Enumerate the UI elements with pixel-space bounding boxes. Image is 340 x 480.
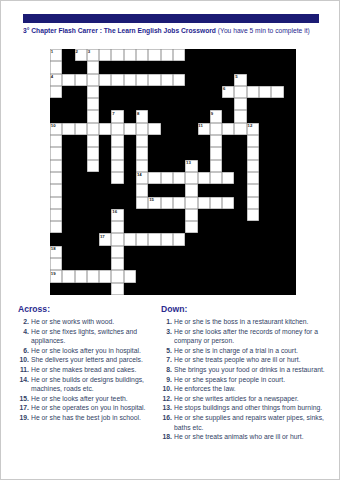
grid-cell[interactable] <box>234 123 246 135</box>
blocked-cell <box>222 147 234 159</box>
blocked-cell <box>173 258 185 270</box>
grid-cell[interactable] <box>148 233 160 245</box>
blocked-cell <box>198 246 210 258</box>
blocked-cell <box>222 110 234 122</box>
across-header: Across: <box>18 304 160 314</box>
grid-cell[interactable] <box>111 270 123 282</box>
clue-item-number: 3. <box>161 327 174 346</box>
blocked-cell <box>259 246 271 258</box>
grid-cell[interactable] <box>234 98 246 110</box>
grid-cell[interactable] <box>173 49 185 61</box>
blocked-cell <box>99 197 111 209</box>
grid-cell[interactable]: 17 <box>99 233 111 245</box>
clue-number: 4 <box>51 74 53 79</box>
grid-cell[interactable] <box>247 160 259 172</box>
blocked-cell <box>259 172 271 184</box>
blocked-cell <box>234 197 246 209</box>
blocked-cell <box>259 283 271 295</box>
blocked-cell <box>259 160 271 172</box>
grid-cell[interactable] <box>210 123 222 135</box>
blocked-cell <box>259 184 271 196</box>
blocked-cell <box>173 246 185 258</box>
grid-cell[interactable] <box>173 172 185 184</box>
clue-item-text: He stops buildings and other things from… <box>174 403 335 413</box>
blocked-cell <box>198 233 210 245</box>
grid-cell[interactable] <box>111 160 123 172</box>
blocked-cell <box>198 98 210 110</box>
clue-number: 3 <box>88 49 90 54</box>
clue-item-text: He or she makes bread and cakes. <box>31 365 160 375</box>
clue-number: 17 <box>100 234 105 239</box>
clue-number: 5 <box>235 74 237 79</box>
blocked-cell <box>62 49 74 61</box>
blocked-cell <box>124 86 136 98</box>
grid-cell[interactable] <box>136 123 148 135</box>
grid-cell[interactable] <box>50 221 62 233</box>
blocked-cell <box>210 98 222 110</box>
blocked-cell <box>136 98 148 110</box>
grid-cell[interactable] <box>50 147 62 159</box>
grid-cell[interactable] <box>198 172 210 184</box>
grid-cell[interactable] <box>161 74 173 86</box>
blocked-cell <box>259 270 271 282</box>
grid-cell[interactable] <box>111 123 123 135</box>
blocked-cell <box>99 184 111 196</box>
grid-cell[interactable] <box>210 147 222 159</box>
grid-cell[interactable] <box>247 184 259 196</box>
blocked-cell <box>87 172 99 184</box>
grid-cell[interactable] <box>173 197 185 209</box>
grid-cell[interactable] <box>111 283 123 295</box>
blocked-cell <box>259 49 271 61</box>
clue-item-text: He or she builds or designs buildings, m… <box>31 375 160 394</box>
clue-item-text: She brings you your food or drinks in a … <box>174 365 335 375</box>
blocked-cell <box>99 283 111 295</box>
grid-cell[interactable]: 6 <box>222 86 234 98</box>
grid-cell[interactable] <box>148 123 160 135</box>
blocked-cell <box>259 98 271 110</box>
blocked-cell <box>50 283 62 295</box>
grid-cell[interactable] <box>50 197 62 209</box>
clue-item-number: 15. <box>18 394 31 404</box>
clue-number: 12 <box>248 123 253 128</box>
grid-cell[interactable] <box>222 172 234 184</box>
blocked-cell <box>161 258 173 270</box>
blocked-cell <box>222 258 234 270</box>
blocked-cell <box>185 258 197 270</box>
blocked-cell <box>161 209 173 221</box>
blocked-cell <box>161 246 173 258</box>
clue-item: 18.He or she treats animals who are ill … <box>161 432 335 442</box>
blocked-cell <box>173 209 185 221</box>
grid-cell[interactable] <box>148 172 160 184</box>
blocked-cell <box>222 135 234 147</box>
blocked-cell <box>148 270 160 282</box>
blocked-cell <box>136 61 148 73</box>
grid-cell[interactable] <box>111 246 123 258</box>
clue-item-text: He or she operates on you in hospital. <box>31 403 160 413</box>
blocked-cell <box>210 49 222 61</box>
blocked-cell <box>210 209 222 221</box>
blocked-cell <box>50 98 62 110</box>
clue-number: 8 <box>137 111 139 116</box>
grid-cell[interactable] <box>50 258 62 270</box>
grid-cell[interactable] <box>111 221 123 233</box>
grid-cell[interactable] <box>210 135 222 147</box>
blocked-cell <box>124 221 136 233</box>
clue-item-number: 13. <box>161 403 174 413</box>
blocked-cell <box>99 160 111 172</box>
grid-cell[interactable]: 9 <box>210 110 222 122</box>
blocked-cell <box>198 160 210 172</box>
grid-cell[interactable] <box>99 49 111 61</box>
blocked-cell <box>124 258 136 270</box>
blocked-cell <box>148 258 160 270</box>
grid-cell[interactable] <box>87 270 99 282</box>
blocked-cell <box>62 160 74 172</box>
blocked-cell <box>99 221 111 233</box>
grid-cell[interactable] <box>247 197 259 209</box>
blocked-cell <box>247 246 259 258</box>
grid-cell[interactable] <box>99 270 111 282</box>
blocked-cell <box>198 209 210 221</box>
grid-cell[interactable]: 12 <box>247 123 259 135</box>
blocked-cell <box>247 270 259 282</box>
grid-cell[interactable] <box>185 172 197 184</box>
blocked-cell <box>271 221 283 233</box>
clue-item: 19.He or she has the best job in school. <box>18 413 160 423</box>
page-title: 3° Chapter Flash Carrer : The Learn Engl… <box>23 27 333 35</box>
grid-cell[interactable] <box>87 110 99 122</box>
blocked-cell <box>99 147 111 159</box>
grid-cell[interactable] <box>161 172 173 184</box>
blocked-cell <box>75 135 87 147</box>
grid-cell[interactable] <box>124 123 136 135</box>
blocked-cell <box>259 123 271 135</box>
grid-cell[interactable] <box>234 110 246 122</box>
blocked-cell <box>234 135 246 147</box>
grid-cell[interactable] <box>173 233 185 245</box>
blocked-cell <box>75 221 87 233</box>
clue-item: 3.He or she looks after the records of m… <box>161 327 335 346</box>
clue-item: 13.He stops buildings and other things f… <box>161 403 335 413</box>
blocked-cell <box>247 233 259 245</box>
blocked-cell <box>247 258 259 270</box>
grid-cell[interactable] <box>161 233 173 245</box>
blocked-cell <box>222 49 234 61</box>
grid-cell[interactable] <box>75 270 87 282</box>
grid-cell[interactable] <box>111 74 123 86</box>
blocked-cell <box>234 184 246 196</box>
clue-item: 10.She delivers your letters and parcels… <box>18 355 160 365</box>
blocked-cell <box>271 110 283 122</box>
grid-cell[interactable] <box>87 135 99 147</box>
grid-cell[interactable] <box>185 209 197 221</box>
clue-item: 4.He or she fixes lights, switches and a… <box>18 327 160 346</box>
grid-cell[interactable]: 14 <box>136 172 148 184</box>
clue-item: 12.He or she writes articles for a newsp… <box>161 394 335 404</box>
header-bar <box>23 14 319 23</box>
blocked-cell <box>210 283 222 295</box>
grid-cell[interactable] <box>50 160 62 172</box>
blocked-cell <box>111 184 123 196</box>
clue-number: 19 <box>51 271 56 276</box>
grid-cell[interactable] <box>111 233 123 245</box>
clue-item-text: She delivers your letters and parcels. <box>31 355 160 365</box>
blocked-cell <box>124 61 136 73</box>
blocked-cell <box>62 209 74 221</box>
grid-cell[interactable] <box>50 61 62 73</box>
clue-item-text: He or she works with wood. <box>31 317 160 327</box>
grid-cell[interactable] <box>136 197 148 209</box>
blocked-cell <box>161 135 173 147</box>
grid-cell[interactable] <box>247 209 259 221</box>
grid-cell[interactable] <box>111 147 123 159</box>
grid-cell[interactable] <box>247 86 259 98</box>
grid-cell[interactable]: 3 <box>87 49 99 61</box>
blocked-cell <box>210 246 222 258</box>
blocked-cell <box>111 86 123 98</box>
grid-cell[interactable] <box>222 197 234 209</box>
grid-cell[interactable] <box>75 123 87 135</box>
blocked-cell <box>247 221 259 233</box>
grid-cell[interactable] <box>111 172 123 184</box>
blocked-cell <box>210 61 222 73</box>
blocked-cell <box>75 86 87 98</box>
grid-cell[interactable] <box>62 123 74 135</box>
grid-cell[interactable] <box>99 74 111 86</box>
blocked-cell <box>185 147 197 159</box>
blocked-cell <box>271 197 283 209</box>
blocked-cell <box>136 221 148 233</box>
clue-item-number: 4. <box>18 327 31 346</box>
clue-item: 9.He or she speaks for people in court. <box>161 375 335 385</box>
grid-cell[interactable] <box>185 184 197 196</box>
grid-cell[interactable]: 10 <box>50 123 62 135</box>
blocked-cell <box>75 160 87 172</box>
grid-cell[interactable] <box>111 49 123 61</box>
blocked-cell <box>271 283 283 295</box>
grid-cell[interactable] <box>247 172 259 184</box>
blocked-cell <box>210 74 222 86</box>
clue-number: 18 <box>51 246 56 251</box>
grid-cell[interactable] <box>148 49 160 61</box>
grid-cell[interactable] <box>136 233 148 245</box>
blocked-cell <box>185 135 197 147</box>
grid-cell[interactable] <box>210 197 222 209</box>
clue-item-number: 1. <box>161 317 174 327</box>
blocked-cell <box>50 110 62 122</box>
clue-item-number: 10. <box>161 384 174 394</box>
blocked-cell <box>271 270 283 282</box>
grid-cell[interactable] <box>259 86 271 98</box>
blocked-cell <box>136 258 148 270</box>
clue-item: 1.He or she is the boss in a restaurant … <box>161 317 335 327</box>
blocked-cell <box>62 98 74 110</box>
grid-cell[interactable] <box>99 123 111 135</box>
grid-cell[interactable] <box>87 74 99 86</box>
blocked-cell <box>99 61 111 73</box>
blocked-cell <box>198 49 210 61</box>
blocked-cell <box>99 209 111 221</box>
blocked-cell <box>124 147 136 159</box>
grid-cell[interactable] <box>136 184 148 196</box>
blocked-cell <box>234 160 246 172</box>
grid-cell[interactable] <box>87 147 99 159</box>
grid-cell[interactable] <box>247 147 259 159</box>
grid-cell[interactable]: 8 <box>136 110 148 122</box>
blocked-cell <box>222 209 234 221</box>
grid-cell[interactable]: 4 <box>50 74 62 86</box>
clue-number: 15 <box>149 197 154 202</box>
blocked-cell <box>87 283 99 295</box>
grid-cell[interactable] <box>50 172 62 184</box>
down-header: Down: <box>161 304 335 314</box>
blocked-cell <box>124 135 136 147</box>
blocked-cell <box>234 233 246 245</box>
grid-cell[interactable] <box>87 123 99 135</box>
blocked-cell <box>161 184 173 196</box>
grid-cell[interactable] <box>50 135 62 147</box>
grid-cell[interactable] <box>136 74 148 86</box>
grid-cell[interactable] <box>87 160 99 172</box>
blocked-cell <box>62 283 74 295</box>
grid-cell[interactable]: 7 <box>111 110 123 122</box>
clue-item: 10.He enforces the law. <box>161 384 335 394</box>
blocked-cell <box>75 233 87 245</box>
grid-cell[interactable] <box>234 86 246 98</box>
clue-item-text: He or she fixes lights, switches and app… <box>31 327 160 346</box>
blocked-cell <box>62 86 74 98</box>
blocked-cell <box>234 172 246 184</box>
grid-cell[interactable]: 13 <box>185 160 197 172</box>
blocked-cell <box>161 123 173 135</box>
blocked-cell <box>271 172 283 184</box>
clue-number: 6 <box>223 86 225 91</box>
crossword-worksheet: { "title": { "bold": "3° Chapter Flash C… <box>0 0 340 480</box>
blocked-cell <box>222 160 234 172</box>
grid-cell[interactable] <box>62 74 74 86</box>
clue-number: 10 <box>51 123 56 128</box>
blocked-cell <box>75 98 87 110</box>
grid-cell[interactable] <box>185 197 197 209</box>
grid-cell[interactable] <box>124 49 136 61</box>
blocked-cell <box>99 246 111 258</box>
blocked-cell <box>271 184 283 196</box>
grid-cell[interactable] <box>161 49 173 61</box>
clue-item-number: 14. <box>18 375 31 394</box>
grid-cell[interactable]: 19 <box>50 270 62 282</box>
grid-cell[interactable] <box>210 172 222 184</box>
grid-cell[interactable]: 15 <box>148 197 160 209</box>
grid-cell[interactable] <box>124 270 136 282</box>
grid-cell[interactable] <box>185 221 197 233</box>
grid-cell[interactable]: 1 <box>50 49 62 61</box>
grid-cell[interactable]: 18 <box>50 246 62 258</box>
grid-cell[interactable] <box>210 160 222 172</box>
blocked-cell <box>259 221 271 233</box>
grid-cell[interactable] <box>136 147 148 159</box>
blocked-cell <box>271 147 283 159</box>
blocked-cell <box>124 184 136 196</box>
blocked-cell <box>185 110 197 122</box>
blocked-cell <box>234 221 246 233</box>
grid-cell[interactable]: 2 <box>75 49 87 61</box>
grid-cell[interactable] <box>173 74 185 86</box>
clue-item-text: He or she looks after your teeth. <box>31 394 160 404</box>
blocked-cell <box>185 61 197 73</box>
crossword-cells: 12345678910111213141516171819 <box>50 49 284 295</box>
clue-item-text: He or she treats people who are ill or h… <box>174 355 335 365</box>
blocked-cell <box>222 98 234 110</box>
blocked-cell <box>75 246 87 258</box>
grid-cell[interactable] <box>87 61 99 73</box>
blocked-cell <box>148 184 160 196</box>
grid-cell[interactable] <box>148 74 160 86</box>
grid-cell[interactable] <box>271 86 283 98</box>
blocked-cell <box>124 172 136 184</box>
clue-item: 11.He or she makes bread and cakes. <box>18 365 160 375</box>
grid-cell[interactable] <box>50 86 62 98</box>
blocked-cell <box>87 258 99 270</box>
grid-cell[interactable] <box>136 160 148 172</box>
grid-cell[interactable] <box>136 135 148 147</box>
blocked-cell <box>62 233 74 245</box>
blocked-cell <box>161 270 173 282</box>
grid-cell[interactable] <box>62 270 74 282</box>
clue-number: 7 <box>112 111 114 116</box>
blocked-cell <box>210 86 222 98</box>
grid-cell[interactable] <box>87 86 99 98</box>
clue-item-number: 10. <box>18 355 31 365</box>
grid-cell[interactable] <box>222 123 234 135</box>
grid-cell[interactable] <box>124 74 136 86</box>
grid-cell[interactable] <box>111 258 123 270</box>
blocked-cell <box>111 197 123 209</box>
grid-cell[interactable] <box>50 209 62 221</box>
grid-cell[interactable] <box>124 233 136 245</box>
blocked-cell <box>136 86 148 98</box>
clue-item-number: 5. <box>161 346 174 356</box>
grid-cell[interactable]: 5 <box>234 74 246 86</box>
grid-cell[interactable] <box>75 74 87 86</box>
blocked-cell <box>62 258 74 270</box>
blocked-cell <box>185 74 197 86</box>
grid-cell[interactable]: 16 <box>111 209 123 221</box>
clue-number: 2 <box>75 49 77 54</box>
blocked-cell <box>87 221 99 233</box>
grid-cell[interactable] <box>50 184 62 196</box>
blocked-cell <box>161 160 173 172</box>
blocked-cell <box>198 221 210 233</box>
clue-item: 15.He or she looks after your teeth. <box>18 394 160 404</box>
grid-cell[interactable] <box>87 98 99 110</box>
blocked-cell <box>99 172 111 184</box>
blocked-cell <box>259 74 271 86</box>
blocked-cell <box>62 135 74 147</box>
clue-item-number: 11. <box>18 365 31 375</box>
grid-cell[interactable]: 11 <box>198 123 210 135</box>
blocked-cell <box>87 184 99 196</box>
grid-cell[interactable] <box>136 49 148 61</box>
grid-cell[interactable] <box>247 135 259 147</box>
blocked-cell <box>198 110 210 122</box>
blocked-cell <box>198 258 210 270</box>
grid-cell[interactable] <box>161 197 173 209</box>
grid-cell[interactable] <box>111 135 123 147</box>
blocked-cell <box>173 123 185 135</box>
grid-cell[interactable] <box>198 197 210 209</box>
